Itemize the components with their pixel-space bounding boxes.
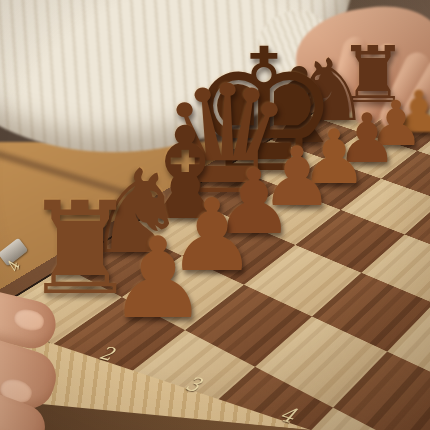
chess-photo-scene: 123454 ♜♞♝♛♚♝♞♜♟♟♟♟♟♟♟♟: [0, 0, 430, 430]
pawn-a7[interactable]: ♟: [108, 222, 208, 334]
